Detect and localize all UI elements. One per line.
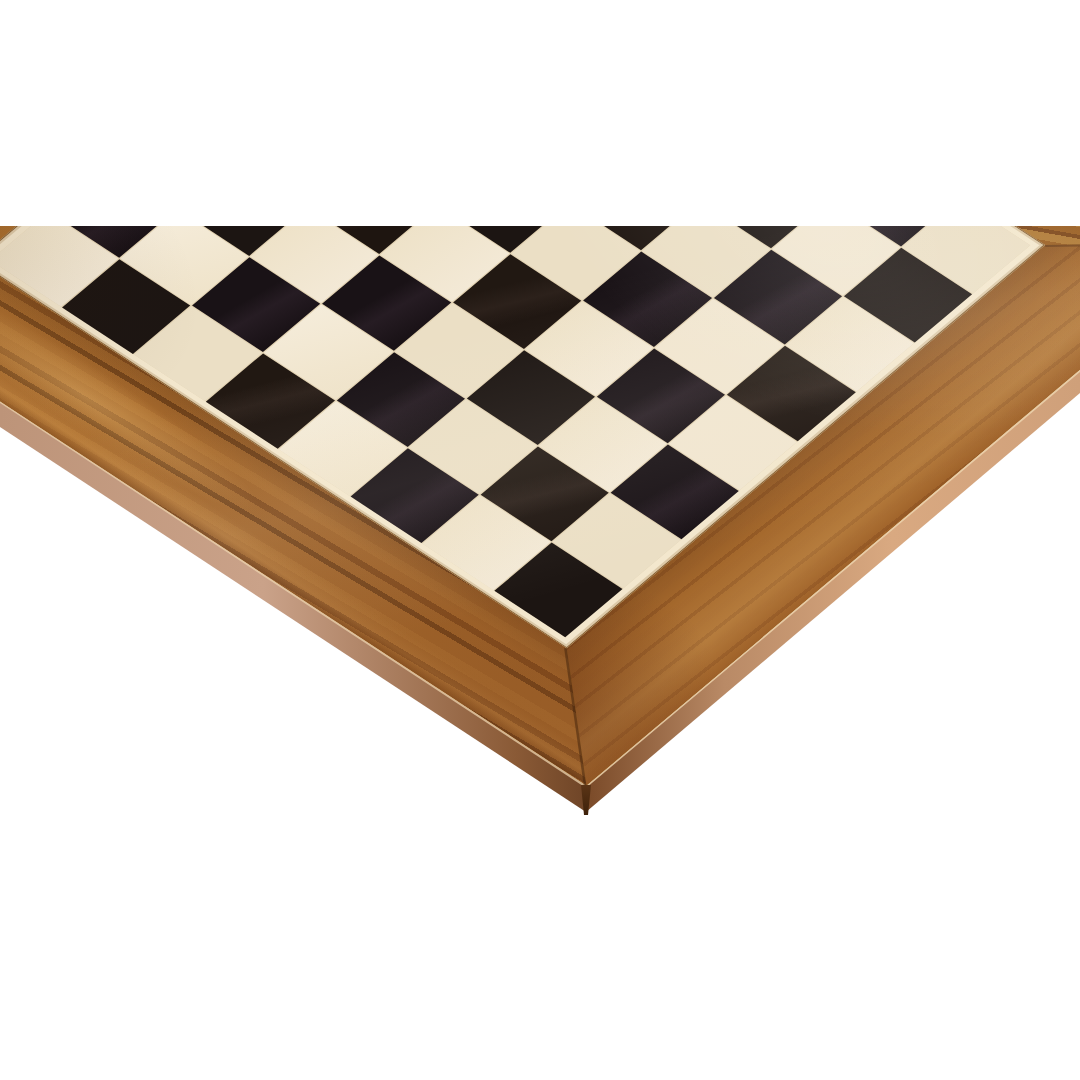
chessboard-photo (0, 0, 1080, 1080)
photo-crop-window (0, 226, 1080, 1080)
board-plane (0, 226, 1080, 785)
